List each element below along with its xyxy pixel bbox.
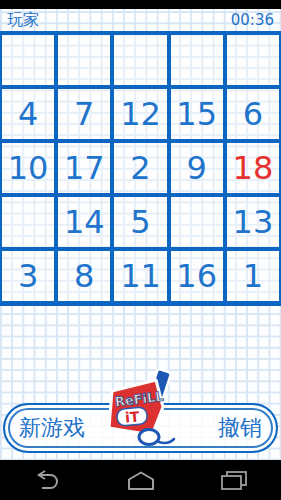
grid-cell-r5c2[interactable]: 8 [56,249,112,303]
grid-cell-r2c5[interactable]: 6 [225,87,281,141]
grid-cell-r1c5[interactable] [225,33,281,87]
game-timer: 00:36 [231,11,274,29]
exclamation-dot-icon [139,430,159,445]
grid-cell-r3c1[interactable]: 10 [0,141,56,195]
logo-swoosh [159,439,174,443]
grid-cell-r1c1[interactable] [0,33,56,87]
new-game-button[interactable]: 新游戏 [19,413,85,443]
undo-button[interactable]: 撤销 [218,413,262,443]
android-navbar [0,460,281,500]
home-button[interactable] [94,469,188,491]
grid-cell-r2c4[interactable]: 15 [169,87,225,141]
grid-cell-r4c4[interactable] [169,195,225,249]
grid-cell-r4c2[interactable]: 14 [56,195,112,249]
grid-cell-r1c2[interactable] [56,33,112,87]
grid-cell-r5c4[interactable]: 16 [169,249,225,303]
grid-cell-r2c2[interactable]: 7 [56,87,112,141]
grid-cell-r3c5[interactable]: 18 [225,141,281,195]
recents-icon [220,470,248,491]
header-bar: 玩家 00:36 [0,9,281,31]
logo-text-it: iT [124,408,140,425]
grid-cell-r1c3[interactable] [112,33,168,87]
grid-cell-r4c1[interactable] [0,195,56,249]
player-label: 玩家 [7,9,39,31]
grid-cell-r3c2[interactable]: 17 [56,141,112,195]
back-button[interactable] [0,470,94,490]
grid-cell-r2c3[interactable]: 12 [112,87,168,141]
back-icon [33,470,61,490]
grid-cell-r4c3[interactable]: 5 [112,195,168,249]
refill-logo-button[interactable]: ReFiLL iT [100,367,182,457]
grid-cell-r2c1[interactable]: 4 [0,87,56,141]
recents-button[interactable] [187,470,281,491]
puzzle-grid: 471215610172918145133811161 [0,31,281,306]
grid-cell-r5c5[interactable]: 1 [225,249,281,303]
grid-cell-r1c4[interactable] [169,33,225,87]
home-icon [126,469,156,491]
status-bar [0,0,281,9]
grid-cell-r5c1[interactable]: 3 [0,249,56,303]
grid-cell-r4c5[interactable]: 13 [225,195,281,249]
grid-cell-r5c3[interactable]: 11 [112,249,168,303]
grid-cell-r3c4[interactable]: 9 [169,141,225,195]
grid-cell-r3c3[interactable]: 2 [112,141,168,195]
app-screen: 玩家 00:36 471215610172918145133811161 新游戏… [0,0,281,500]
